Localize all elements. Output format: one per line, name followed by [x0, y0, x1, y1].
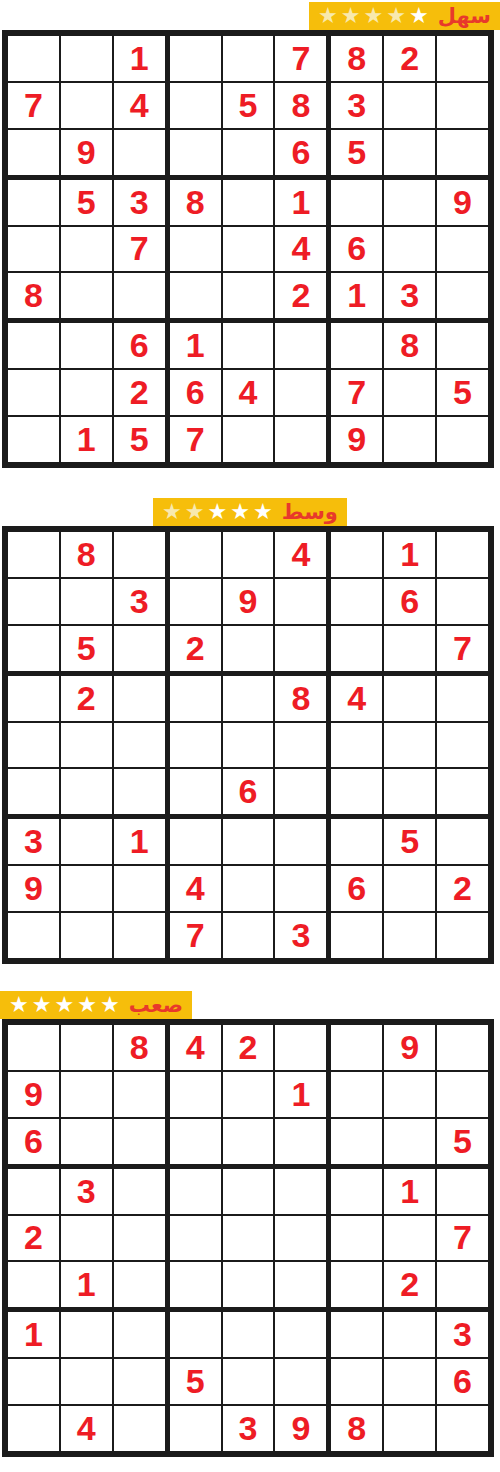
medium-cell-r1c9[interactable]	[437, 532, 488, 577]
easy-cell-r2c3[interactable]: 4	[114, 83, 165, 128]
medium-cell-r5c5[interactable]	[223, 723, 274, 768]
medium-cell-r6c9[interactable]	[437, 769, 488, 814]
hard-cell-r6c2[interactable]: 1	[61, 1262, 112, 1307]
hard-cell-r2c8[interactable]	[384, 1072, 435, 1117]
medium-cell-r8c3[interactable]	[114, 866, 165, 911]
medium-cell-r8c1[interactable]: 9	[8, 866, 59, 911]
medium-cell-r5c2[interactable]	[61, 723, 112, 768]
medium-cell-r6c4[interactable]	[170, 769, 221, 814]
medium-cell-r3c6[interactable]	[275, 626, 326, 671]
medium-cell-r3c1[interactable]	[8, 626, 59, 671]
hard-cell-r1c9[interactable]	[437, 1025, 488, 1070]
medium-cell-r7c8[interactable]: 5	[384, 819, 435, 864]
easy-cell-r8c8[interactable]	[384, 370, 435, 415]
hard-cell-r5c1[interactable]: 2	[8, 1216, 59, 1261]
star-filled-icon: ★	[208, 498, 228, 526]
medium-cell-r3c5[interactable]	[223, 626, 274, 671]
easy-cell-r4c9[interactable]: 9	[437, 180, 488, 225]
medium-cell-r9c5[interactable]	[223, 913, 274, 958]
hard-cell-r9c7[interactable]: 8	[331, 1406, 382, 1451]
medium-cell-r2c6[interactable]	[275, 579, 326, 624]
star-empty-icon: ★	[162, 498, 182, 526]
easy-cell-r3c9[interactable]	[437, 130, 488, 175]
medium-cell-r8c2[interactable]	[61, 866, 112, 911]
medium-cell-r3c8[interactable]	[384, 626, 435, 671]
spacer	[0, 468, 500, 498]
medium-cell-r2c7[interactable]	[331, 579, 382, 624]
hard-cell-r4c6[interactable]	[275, 1169, 326, 1214]
medium-cell-r5c8[interactable]	[384, 723, 435, 768]
sudoku-sheet: ★★★★★ سهل 174975868235537881429613621516…	[0, 0, 500, 1457]
medium-cell-r1c3[interactable]	[114, 532, 165, 577]
sudoku-box-3: 8235	[331, 36, 488, 175]
easy-cell-r7c9[interactable]	[437, 323, 488, 368]
medium-cell-r6c8[interactable]	[384, 769, 435, 814]
sudoku-box-7: 319	[8, 819, 165, 958]
star-filled-icon: ★	[100, 991, 120, 1019]
hard-cell-r7c5[interactable]	[223, 1312, 274, 1357]
medium-cell-r4c8[interactable]	[384, 676, 435, 721]
easy-cell-r9c2[interactable]: 1	[61, 417, 112, 462]
easy-cell-r5c4[interactable]	[170, 227, 221, 272]
star-filled-icon: ★	[409, 2, 429, 30]
easy-cell-r5c7[interactable]: 6	[331, 227, 382, 272]
hard-cell-r8c1[interactable]	[8, 1359, 59, 1404]
hard-cell-r6c6[interactable]	[275, 1262, 326, 1307]
star-empty-icon: ★	[386, 2, 406, 30]
sudoku-box-3: 167	[331, 532, 488, 671]
medium-cell-r4c2[interactable]: 2	[61, 676, 112, 721]
medium-cell-r2c1[interactable]	[8, 579, 59, 624]
hard-cell-r6c5[interactable]	[223, 1262, 274, 1307]
sudoku-box-2: 492	[170, 532, 327, 671]
hard-banner-row: ★★★★★ صعب	[0, 991, 500, 1019]
easy-cell-r2c8[interactable]	[384, 83, 435, 128]
hard-cell-r8c4[interactable]: 5	[170, 1359, 221, 1404]
medium-cell-r1c6[interactable]: 4	[275, 532, 326, 577]
easy-cell-r3c6[interactable]: 6	[275, 130, 326, 175]
hard-cell-r3c7[interactable]	[331, 1119, 382, 1164]
easy-cell-r6c8[interactable]: 3	[384, 273, 435, 318]
hard-cell-r1c6[interactable]	[275, 1025, 326, 1070]
medium-cell-r5c7[interactable]	[331, 723, 382, 768]
medium-cell-r5c9[interactable]	[437, 723, 488, 768]
easy-cell-r6c9[interactable]	[437, 273, 488, 318]
star-filled-icon: ★	[32, 991, 52, 1019]
sudoku-box-7: 14	[8, 1312, 165, 1451]
medium-cell-r3c4[interactable]: 2	[170, 626, 221, 671]
hard-cell-r2c5[interactable]	[223, 1072, 274, 1117]
easy-banner-row: ★★★★★ سهل	[0, 2, 500, 30]
hard-cell-r5c9[interactable]: 7	[437, 1216, 488, 1261]
hard-cell-r8c7[interactable]	[331, 1359, 382, 1404]
medium-difficulty-label: وسط	[282, 498, 338, 526]
sudoku-box-3: 95	[331, 1025, 488, 1164]
medium-cell-r4c4[interactable]	[170, 676, 221, 721]
hard-cell-r8c5[interactable]	[223, 1359, 274, 1404]
medium-cell-r7c1[interactable]: 3	[8, 819, 59, 864]
easy-cell-r8c6[interactable]	[275, 370, 326, 415]
sudoku-box-1: 896	[8, 1025, 165, 1164]
easy-cell-r8c5[interactable]: 4	[223, 370, 274, 415]
easy-cell-r5c9[interactable]	[437, 227, 488, 272]
hard-cell-r4c4[interactable]	[170, 1169, 221, 1214]
easy-cell-r6c2[interactable]	[61, 273, 112, 318]
star-filled-icon: ★	[253, 498, 273, 526]
easy-cell-r8c1[interactable]	[8, 370, 59, 415]
easy-cell-r2c9[interactable]	[437, 83, 488, 128]
hard-cell-r7c7[interactable]	[331, 1312, 382, 1357]
hard-cell-r8c2[interactable]	[61, 1359, 112, 1404]
hard-cell-r7c4[interactable]	[170, 1312, 221, 1357]
medium-cell-r9c8[interactable]	[384, 913, 435, 958]
sudoku-box-4: 2	[8, 676, 165, 815]
star-empty-icon: ★	[364, 2, 384, 30]
hard-star-rating: ★★★★★	[9, 991, 120, 1019]
medium-cell-r4c7[interactable]: 4	[331, 676, 382, 721]
easy-difficulty-banner: ★★★★★ سهل	[309, 2, 500, 30]
hard-sudoku-grid: 8964219532117214539368	[2, 1019, 494, 1457]
hard-cell-r1c4[interactable]: 4	[170, 1025, 221, 1070]
easy-cell-r3c5[interactable]	[223, 130, 274, 175]
hard-cell-r9c5[interactable]: 3	[223, 1406, 274, 1451]
hard-cell-r7c2[interactable]	[61, 1312, 112, 1357]
hard-cell-r2c9[interactable]	[437, 1072, 488, 1117]
hard-cell-r1c5[interactable]: 2	[223, 1025, 274, 1070]
easy-cell-r8c3[interactable]: 2	[114, 370, 165, 415]
hard-difficulty-label: صعب	[129, 991, 183, 1019]
medium-cell-r8c8[interactable]	[384, 866, 435, 911]
medium-cell-r5c4[interactable]	[170, 723, 221, 768]
easy-cell-r3c7[interactable]: 5	[331, 130, 382, 175]
medium-cell-r1c4[interactable]	[170, 532, 221, 577]
medium-cell-r6c7[interactable]	[331, 769, 382, 814]
star-filled-icon: ★	[9, 991, 29, 1019]
medium-cell-r9c7[interactable]	[331, 913, 382, 958]
easy-cell-r3c2[interactable]: 9	[61, 130, 112, 175]
hard-cell-r4c3[interactable]	[114, 1169, 165, 1214]
sudoku-box-8: 539	[170, 1312, 327, 1451]
easy-cell-r4c1[interactable]	[8, 180, 59, 225]
sudoku-box-9: 562	[331, 819, 488, 958]
hard-cell-r2c7[interactable]	[331, 1072, 382, 1117]
hard-cell-r1c7[interactable]	[331, 1025, 382, 1070]
medium-cell-r1c2[interactable]: 8	[61, 532, 112, 577]
easy-cell-r2c1[interactable]: 7	[8, 83, 59, 128]
hard-cell-r6c8[interactable]: 2	[384, 1262, 435, 1307]
easy-cell-r2c7[interactable]: 3	[331, 83, 382, 128]
easy-cell-r7c2[interactable]	[61, 323, 112, 368]
medium-cell-r4c1[interactable]	[8, 676, 59, 721]
medium-cell-r8c5[interactable]	[223, 866, 274, 911]
easy-cell-r3c1[interactable]	[8, 130, 59, 175]
easy-star-rating: ★★★★★	[318, 2, 429, 30]
hard-cell-r9c3[interactable]	[114, 1406, 165, 1451]
hard-cell-r7c9[interactable]: 3	[437, 1312, 488, 1357]
hard-cell-r4c7[interactable]	[331, 1169, 382, 1214]
easy-cell-r6c5[interactable]	[223, 273, 274, 318]
hard-cell-r2c3[interactable]	[114, 1072, 165, 1117]
hard-cell-r5c3[interactable]	[114, 1216, 165, 1261]
hard-cell-r3c9[interactable]: 5	[437, 1119, 488, 1164]
easy-cell-r6c7[interactable]: 1	[331, 273, 382, 318]
easy-cell-r7c6[interactable]	[275, 323, 326, 368]
easy-cell-r3c8[interactable]	[384, 130, 435, 175]
medium-cell-r6c1[interactable]	[8, 769, 59, 814]
medium-cell-r3c7[interactable]	[331, 626, 382, 671]
hard-cell-r6c9[interactable]	[437, 1262, 488, 1307]
hard-cell-r4c1[interactable]	[8, 1169, 59, 1214]
easy-cell-r7c8[interactable]: 8	[384, 323, 435, 368]
medium-cell-r7c6[interactable]	[275, 819, 326, 864]
star-empty-icon: ★	[185, 498, 205, 526]
medium-cell-r2c4[interactable]	[170, 579, 221, 624]
hard-cell-r8c6[interactable]	[275, 1359, 326, 1404]
easy-cell-r5c3[interactable]: 7	[114, 227, 165, 272]
hard-cell-r8c9[interactable]: 6	[437, 1359, 488, 1404]
hard-cell-r3c1[interactable]: 6	[8, 1119, 59, 1164]
medium-cell-r7c9[interactable]	[437, 819, 488, 864]
medium-cell-r1c8[interactable]: 1	[384, 532, 435, 577]
medium-cell-r9c4[interactable]: 7	[170, 913, 221, 958]
medium-cell-r4c9[interactable]	[437, 676, 488, 721]
easy-cell-r1c5[interactable]	[223, 36, 274, 81]
easy-cell-r2c2[interactable]	[61, 83, 112, 128]
easy-cell-r8c7[interactable]: 7	[331, 370, 382, 415]
medium-cell-r7c3[interactable]: 1	[114, 819, 165, 864]
easy-sudoku-grid: 174975868235537881429613621516478759	[2, 30, 494, 468]
medium-cell-r2c8[interactable]: 6	[384, 579, 435, 624]
hard-cell-r1c8[interactable]: 9	[384, 1025, 435, 1070]
star-filled-icon: ★	[77, 991, 97, 1019]
easy-cell-r5c2[interactable]	[61, 227, 112, 272]
easy-cell-r2c4[interactable]	[170, 83, 221, 128]
star-empty-icon: ★	[318, 2, 338, 30]
easy-cell-r1c6[interactable]: 7	[275, 36, 326, 81]
easy-cell-r1c4[interactable]	[170, 36, 221, 81]
easy-cell-r4c4[interactable]: 8	[170, 180, 221, 225]
easy-cell-r9c1[interactable]	[8, 417, 59, 462]
easy-cell-r5c5[interactable]	[223, 227, 274, 272]
hard-cell-r6c3[interactable]	[114, 1262, 165, 1307]
medium-cell-r2c5[interactable]: 9	[223, 579, 274, 624]
hard-cell-r7c6[interactable]	[275, 1312, 326, 1357]
hard-cell-r5c8[interactable]	[384, 1216, 435, 1261]
medium-star-rating: ★★★★★	[162, 498, 273, 526]
hard-cell-r7c8[interactable]	[384, 1312, 435, 1357]
easy-cell-r9c9[interactable]	[437, 417, 488, 462]
sudoku-box-8: 473	[170, 819, 327, 958]
sudoku-box-1: 1749	[8, 36, 165, 175]
medium-cell-r2c9[interactable]	[437, 579, 488, 624]
hard-cell-r6c1[interactable]	[8, 1262, 59, 1307]
hard-cell-r1c2[interactable]	[61, 1025, 112, 1070]
hard-cell-r9c9[interactable]	[437, 1406, 488, 1451]
easy-cell-r7c5[interactable]	[223, 323, 274, 368]
medium-cell-r1c5[interactable]	[223, 532, 274, 577]
medium-cell-r2c2[interactable]	[61, 579, 112, 624]
medium-cell-r6c3[interactable]	[114, 769, 165, 814]
medium-sudoku-grid: 8354921672864319473562	[2, 526, 494, 964]
hard-cell-r4c8[interactable]: 1	[384, 1169, 435, 1214]
medium-cell-r4c3[interactable]	[114, 676, 165, 721]
medium-cell-r5c6[interactable]	[275, 723, 326, 768]
hard-cell-r5c4[interactable]	[170, 1216, 221, 1261]
hard-cell-r1c1[interactable]	[8, 1025, 59, 1070]
hard-cell-r3c8[interactable]	[384, 1119, 435, 1164]
hard-cell-r3c2[interactable]	[61, 1119, 112, 1164]
easy-cell-r4c2[interactable]: 5	[61, 180, 112, 225]
medium-cell-r9c9[interactable]	[437, 913, 488, 958]
hard-cell-r2c1[interactable]: 9	[8, 1072, 59, 1117]
easy-cell-r5c8[interactable]	[384, 227, 435, 272]
easy-cell-r4c7[interactable]	[331, 180, 382, 225]
medium-cell-r6c2[interactable]	[61, 769, 112, 814]
spacer	[0, 964, 500, 991]
easy-cell-r2c6[interactable]: 8	[275, 83, 326, 128]
medium-cell-r9c2[interactable]	[61, 913, 112, 958]
hard-cell-r8c8[interactable]	[384, 1359, 435, 1404]
easy-cell-r9c7[interactable]: 9	[331, 417, 382, 462]
medium-cell-r9c3[interactable]	[114, 913, 165, 958]
hard-cell-r6c7[interactable]	[331, 1262, 382, 1307]
medium-cell-r5c3[interactable]	[114, 723, 165, 768]
hard-cell-r9c1[interactable]	[8, 1406, 59, 1451]
hard-cell-r5c7[interactable]	[331, 1216, 382, 1261]
medium-cell-r6c6[interactable]	[275, 769, 326, 814]
easy-cell-r1c2[interactable]	[61, 36, 112, 81]
sudoku-box-2: 7586	[170, 36, 327, 175]
easy-cell-r3c3[interactable]	[114, 130, 165, 175]
easy-cell-r1c1[interactable]	[8, 36, 59, 81]
medium-cell-r7c5[interactable]	[223, 819, 274, 864]
star-filled-icon: ★	[230, 498, 250, 526]
easy-cell-r3c4[interactable]	[170, 130, 221, 175]
easy-cell-r4c3[interactable]: 3	[114, 180, 165, 225]
hard-cell-r5c6[interactable]	[275, 1216, 326, 1261]
sudoku-box-9: 368	[331, 1312, 488, 1451]
sudoku-box-2: 421	[170, 1025, 327, 1164]
medium-cell-r6c5[interactable]: 6	[223, 769, 274, 814]
medium-cell-r2c3[interactable]: 3	[114, 579, 165, 624]
hard-difficulty-banner: ★★★★★ صعب	[0, 991, 192, 1019]
sudoku-box-7: 6215	[8, 323, 165, 462]
medium-cell-r8c4[interactable]: 4	[170, 866, 221, 911]
medium-cell-r9c6[interactable]: 3	[275, 913, 326, 958]
easy-cell-r4c8[interactable]	[384, 180, 435, 225]
medium-cell-r1c1[interactable]	[8, 532, 59, 577]
easy-cell-r7c4[interactable]: 1	[170, 323, 221, 368]
easy-cell-r1c3[interactable]: 1	[114, 36, 165, 81]
sudoku-box-5: 8142	[170, 180, 327, 319]
easy-cell-r7c3[interactable]: 6	[114, 323, 165, 368]
hard-cell-r5c5[interactable]	[223, 1216, 274, 1261]
sudoku-box-6: 9613	[331, 180, 488, 319]
easy-cell-r6c1[interactable]: 8	[8, 273, 59, 318]
easy-cell-r5c1[interactable]	[8, 227, 59, 272]
hard-cell-r9c4[interactable]	[170, 1406, 221, 1451]
hard-cell-r4c5[interactable]	[223, 1169, 274, 1214]
hard-cell-r4c9[interactable]	[437, 1169, 488, 1214]
hard-cell-r9c8[interactable]	[384, 1406, 435, 1451]
easy-cell-r9c5[interactable]	[223, 417, 274, 462]
easy-difficulty-label: سهل	[438, 2, 491, 30]
hard-cell-r1c3[interactable]: 8	[114, 1025, 165, 1070]
medium-cell-r9c1[interactable]	[8, 913, 59, 958]
easy-cell-r9c4[interactable]: 7	[170, 417, 221, 462]
hard-cell-r3c5[interactable]	[223, 1119, 274, 1164]
easy-cell-r9c3[interactable]: 5	[114, 417, 165, 462]
hard-cell-r5c2[interactable]	[61, 1216, 112, 1261]
hard-cell-r3c4[interactable]	[170, 1119, 221, 1164]
easy-cell-r1c8[interactable]: 2	[384, 36, 435, 81]
easy-cell-r6c3[interactable]	[114, 273, 165, 318]
sudoku-box-1: 835	[8, 532, 165, 671]
easy-cell-r9c8[interactable]	[384, 417, 435, 462]
hard-cell-r6c4[interactable]	[170, 1262, 221, 1307]
medium-cell-r8c9[interactable]: 2	[437, 866, 488, 911]
medium-banner-row: ★★★★★ وسط	[0, 498, 500, 526]
medium-cell-r8c6[interactable]	[275, 866, 326, 911]
hard-cell-r7c1[interactable]: 1	[8, 1312, 59, 1357]
hard-cell-r4c2[interactable]: 3	[61, 1169, 112, 1214]
sudoku-box-8: 1647	[170, 323, 327, 462]
hard-cell-r2c2[interactable]	[61, 1072, 112, 1117]
easy-cell-r8c9[interactable]: 5	[437, 370, 488, 415]
sudoku-box-4: 5378	[8, 180, 165, 319]
hard-cell-r9c2[interactable]: 4	[61, 1406, 112, 1451]
sudoku-box-4: 321	[8, 1169, 165, 1308]
medium-cell-r7c4[interactable]	[170, 819, 221, 864]
easy-cell-r7c1[interactable]	[8, 323, 59, 368]
easy-cell-r6c6[interactable]: 2	[275, 273, 326, 318]
medium-cell-r8c7[interactable]: 6	[331, 866, 382, 911]
hard-cell-r2c6[interactable]: 1	[275, 1072, 326, 1117]
easy-cell-r8c2[interactable]	[61, 370, 112, 415]
easy-cell-r6c4[interactable]	[170, 273, 221, 318]
easy-cell-r1c7[interactable]: 8	[331, 36, 382, 81]
medium-cell-r7c2[interactable]	[61, 819, 112, 864]
hard-cell-r7c3[interactable]	[114, 1312, 165, 1357]
star-filled-icon: ★	[54, 991, 74, 1019]
medium-difficulty-banner: ★★★★★ وسط	[153, 498, 347, 526]
easy-cell-r2c5[interactable]: 5	[223, 83, 274, 128]
medium-cell-r3c2[interactable]: 5	[61, 626, 112, 671]
hard-cell-r8c3[interactable]	[114, 1359, 165, 1404]
medium-cell-r3c3[interactable]	[114, 626, 165, 671]
medium-cell-r4c6[interactable]: 8	[275, 676, 326, 721]
medium-cell-r4c5[interactable]	[223, 676, 274, 721]
medium-cell-r3c9[interactable]: 7	[437, 626, 488, 671]
easy-cell-r9c6[interactable]	[275, 417, 326, 462]
medium-cell-r5c1[interactable]	[8, 723, 59, 768]
medium-cell-r7c7[interactable]	[331, 819, 382, 864]
easy-cell-r8c4[interactable]: 6	[170, 370, 221, 415]
easy-cell-r5c6[interactable]: 4	[275, 227, 326, 272]
easy-cell-r1c9[interactable]	[437, 36, 488, 81]
star-empty-icon: ★	[341, 2, 361, 30]
easy-cell-r4c6[interactable]: 1	[275, 180, 326, 225]
hard-cell-r3c3[interactable]	[114, 1119, 165, 1164]
hard-cell-r9c6[interactable]: 9	[275, 1406, 326, 1451]
easy-cell-r7c7[interactable]	[331, 323, 382, 368]
medium-cell-r1c7[interactable]	[331, 532, 382, 577]
hard-cell-r3c6[interactable]	[275, 1119, 326, 1164]
sudoku-box-5: 86	[170, 676, 327, 815]
sudoku-box-6: 4	[331, 676, 488, 815]
hard-cell-r2c4[interactable]	[170, 1072, 221, 1117]
easy-cell-r4c5[interactable]	[223, 180, 274, 225]
